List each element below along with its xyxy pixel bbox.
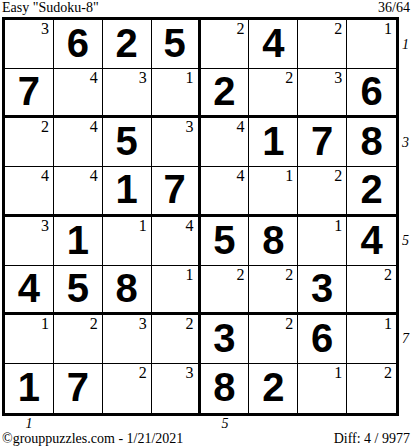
row-label-3: 3 [402, 134, 412, 152]
cell-r4c5[interactable]: 4 [201, 167, 250, 216]
cell-r7c7[interactable]: 6 [298, 315, 347, 364]
cell-counter: 36/64 [378, 0, 410, 15]
row-label-1: 1 [402, 36, 412, 54]
footer: ©grouppuzzles.com - 1/21/2021 Diff: 4 / … [2, 431, 410, 446]
cell-r6c3[interactable]: 8 [103, 266, 152, 315]
cell-r4c4[interactable]: 7 [152, 167, 201, 216]
cell-r7c3[interactable]: 3 [103, 315, 152, 364]
cell-r1c4[interactable]: 5 [152, 20, 201, 69]
pencil-mark: 3 [139, 70, 147, 86]
cell-r1c3[interactable]: 2 [103, 20, 152, 69]
cell-r8c8[interactable]: 2 [347, 364, 396, 413]
cell-r8c4[interactable]: 3 [152, 364, 201, 413]
cell-r1c5[interactable]: 2 [201, 20, 250, 69]
given-digit: 5 [116, 121, 138, 161]
given-digit: 2 [262, 367, 284, 407]
column-label-1: 1 [26, 417, 33, 431]
cell-r5c4[interactable]: 4 [152, 217, 201, 266]
puzzle-page: Easy "Sudoku-8" 36/64 362524217431223624… [0, 0, 412, 447]
cell-r1c2[interactable]: 6 [54, 20, 103, 69]
given-digit: 7 [18, 71, 40, 111]
given-digit: 5 [67, 268, 89, 308]
cell-r2c1[interactable]: 7 [5, 69, 54, 118]
pencil-mark: 1 [384, 316, 392, 332]
cell-r3c7[interactable]: 7 [298, 118, 347, 167]
pencil-mark: 2 [285, 70, 293, 86]
cell-r2c4[interactable]: 1 [152, 69, 201, 118]
cell-r8c6[interactable]: 2 [249, 364, 298, 413]
cell-r7c5[interactable]: 3 [201, 315, 250, 364]
pencil-mark: 1 [186, 70, 194, 86]
cell-r2c6[interactable]: 2 [249, 69, 298, 118]
cell-r7c8[interactable]: 1 [347, 315, 396, 364]
cell-r3c2[interactable]: 4 [54, 118, 103, 167]
cell-r2c5[interactable]: 2 [201, 69, 250, 118]
given-digit: 7 [311, 121, 333, 161]
cell-r4c1[interactable]: 4 [5, 167, 54, 216]
given-digit: 8 [360, 121, 382, 161]
given-digit: 8 [116, 268, 138, 308]
pencil-mark: 1 [186, 267, 194, 283]
cell-r6c7[interactable]: 3 [298, 266, 347, 315]
pencil-mark: 1 [139, 218, 147, 234]
given-digit: 4 [360, 220, 382, 260]
given-digit: 4 [18, 268, 40, 308]
pencil-mark: 2 [285, 267, 293, 283]
given-digit: 5 [163, 23, 185, 63]
pencil-mark: 2 [334, 168, 342, 184]
cell-r8c2[interactable]: 7 [54, 364, 103, 413]
pencil-mark: 2 [90, 316, 98, 332]
given-digit: 6 [67, 23, 89, 63]
cell-r4c3[interactable]: 1 [103, 167, 152, 216]
given-digit: 3 [311, 268, 333, 308]
given-digit: 7 [163, 169, 185, 209]
cell-r4c7[interactable]: 2 [298, 167, 347, 216]
sudoku-board: 3625242174312236245341784417412231145814… [2, 17, 399, 416]
cell-r8c7[interactable]: 1 [298, 364, 347, 413]
pencil-mark: 1 [334, 365, 342, 381]
cell-r4c2[interactable]: 4 [54, 167, 103, 216]
pencil-mark: 3 [186, 365, 194, 381]
row-label-5: 5 [402, 232, 412, 250]
row-label-7: 7 [402, 330, 412, 348]
cell-r3c4[interactable]: 3 [152, 118, 201, 167]
pencil-mark: 3 [334, 70, 342, 86]
puzzle-title: Easy "Sudoku-8" [2, 0, 99, 15]
given-digit: 1 [18, 367, 40, 407]
cell-r6c2[interactable]: 5 [54, 266, 103, 315]
pencil-mark: 2 [236, 21, 244, 37]
pencil-mark: 4 [41, 168, 49, 184]
pencil-mark: 1 [41, 316, 49, 332]
cell-r1c8[interactable]: 1 [347, 20, 396, 69]
cell-r7c4[interactable]: 2 [152, 315, 201, 364]
pencil-mark: 2 [186, 316, 194, 332]
pencil-mark: 2 [384, 365, 392, 381]
cell-r2c2[interactable]: 4 [54, 69, 103, 118]
column-label-5: 5 [222, 417, 229, 431]
cell-r7c2[interactable]: 2 [54, 315, 103, 364]
pencil-mark: 2 [334, 21, 342, 37]
pencil-mark: 3 [41, 218, 49, 234]
cell-r8c3[interactable]: 2 [103, 364, 152, 413]
given-digit: 3 [213, 318, 235, 358]
copyright-text: ©grouppuzzles.com - 1/21/2021 [2, 431, 183, 446]
cell-r2c8[interactable]: 6 [347, 69, 396, 118]
cell-r2c3[interactable]: 3 [103, 69, 152, 118]
cell-r6c6[interactable]: 2 [249, 266, 298, 315]
cell-r8c5[interactable]: 8 [201, 364, 250, 413]
header: Easy "Sudoku-8" 36/64 [2, 0, 410, 16]
cell-r3c3[interactable]: 5 [103, 118, 152, 167]
cell-r5c2[interactable]: 1 [54, 217, 103, 266]
given-digit: 1 [262, 121, 284, 161]
cell-r5c1[interactable]: 3 [5, 217, 54, 266]
pencil-mark: 3 [186, 119, 194, 135]
cell-r8c1[interactable]: 1 [5, 364, 54, 413]
pencil-mark: 2 [139, 365, 147, 381]
cell-r3c6[interactable]: 1 [249, 118, 298, 167]
given-digit: 2 [116, 23, 138, 63]
cell-r3c8[interactable]: 8 [347, 118, 396, 167]
cell-r6c1[interactable]: 4 [5, 266, 54, 315]
pencil-mark: 4 [236, 119, 244, 135]
pencil-mark: 2 [41, 119, 49, 135]
pencil-mark: 3 [139, 316, 147, 332]
cell-r3c5[interactable]: 4 [201, 118, 250, 167]
given-digit: 1 [67, 220, 89, 260]
cell-r4c6[interactable]: 1 [249, 167, 298, 216]
cell-r6c8[interactable]: 2 [347, 266, 396, 315]
cell-r5c6[interactable]: 8 [249, 217, 298, 266]
cell-r5c5[interactable]: 5 [201, 217, 250, 266]
pencil-mark: 4 [90, 119, 98, 135]
given-digit: 4 [262, 23, 284, 63]
pencil-mark: 2 [384, 267, 392, 283]
cell-r6c5[interactable]: 2 [201, 266, 250, 315]
given-digit: 2 [213, 71, 235, 111]
pencil-mark: 3 [41, 21, 49, 37]
cell-r5c3[interactable]: 1 [103, 217, 152, 266]
given-digit: 1 [116, 169, 138, 209]
cell-r2c7[interactable]: 3 [298, 69, 347, 118]
given-digit: 2 [360, 169, 382, 209]
difficulty-text: Diff: 4 / 9977 [334, 431, 410, 446]
cell-r1c7[interactable]: 2 [298, 20, 347, 69]
cell-r1c6[interactable]: 4 [249, 20, 298, 69]
pencil-mark: 1 [285, 168, 293, 184]
pencil-mark: 4 [186, 218, 194, 234]
cell-r3c1[interactable]: 2 [5, 118, 54, 167]
pencil-mark: 4 [90, 70, 98, 86]
given-digit: 5 [213, 220, 235, 260]
pencil-mark: 2 [236, 267, 244, 283]
pencil-mark: 1 [334, 218, 342, 234]
pencil-mark: 2 [285, 316, 293, 332]
cell-r5c8[interactable]: 4 [347, 217, 396, 266]
cell-r4c8[interactable]: 2 [347, 167, 396, 216]
cell-r7c1[interactable]: 1 [5, 315, 54, 364]
pencil-mark: 4 [90, 168, 98, 184]
pencil-mark: 4 [236, 168, 244, 184]
cell-r7c6[interactable]: 2 [249, 315, 298, 364]
given-digit: 8 [262, 220, 284, 260]
cell-r1c1[interactable]: 3 [5, 20, 54, 69]
given-digit: 6 [311, 318, 333, 358]
given-digit: 7 [67, 367, 89, 407]
given-digit: 8 [213, 367, 235, 407]
cell-r6c4[interactable]: 1 [152, 266, 201, 315]
pencil-mark: 1 [384, 21, 392, 37]
given-digit: 6 [360, 71, 382, 111]
cell-r5c7[interactable]: 1 [298, 217, 347, 266]
